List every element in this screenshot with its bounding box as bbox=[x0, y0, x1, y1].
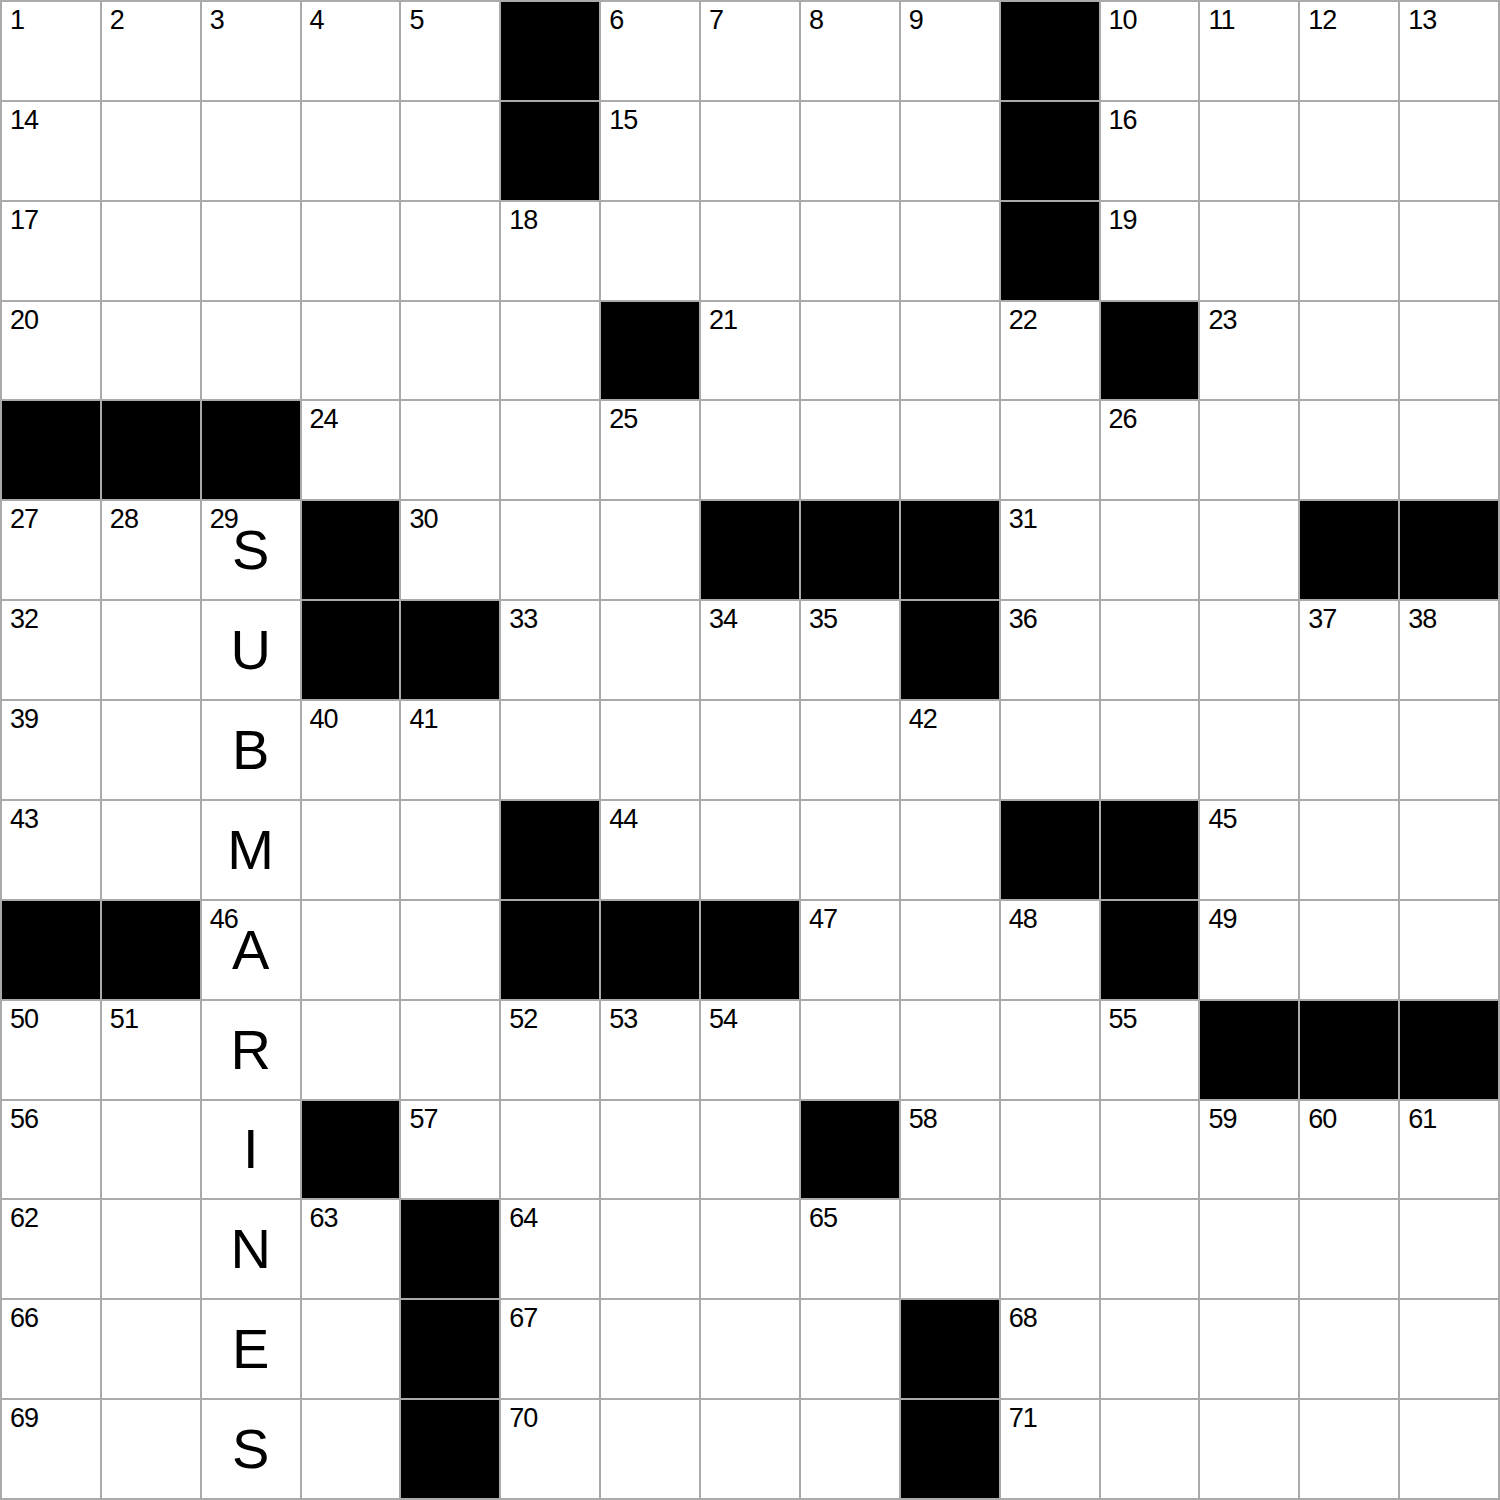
cell-r7c11[interactable]: 36 bbox=[1001, 601, 1099, 699]
cell-r9c13[interactable]: 45 bbox=[1200, 801, 1298, 899]
cell-r12c3[interactable]: I bbox=[202, 1101, 300, 1199]
cell-r5c14[interactable] bbox=[1300, 401, 1398, 499]
clue-number-65: 65 bbox=[809, 1205, 837, 1232]
cell-r12c15[interactable]: 61 bbox=[1400, 1101, 1498, 1199]
clue-number-40: 40 bbox=[310, 706, 338, 733]
cell-r8c6[interactable] bbox=[501, 701, 599, 799]
cell-r14c7[interactable] bbox=[601, 1300, 699, 1398]
cell-r10c14[interactable] bbox=[1300, 901, 1398, 999]
cell-r3c10[interactable] bbox=[901, 202, 999, 300]
cell-r14c11[interactable]: 68 bbox=[1001, 1300, 1099, 1398]
clue-number-33: 33 bbox=[509, 606, 537, 633]
filled-letter-i-r12c3: I bbox=[202, 1101, 300, 1199]
cell-r9c7[interactable]: 44 bbox=[601, 801, 699, 899]
cell-r1c9[interactable]: 8 bbox=[801, 2, 899, 100]
cell-r1c7[interactable]: 6 bbox=[601, 2, 699, 100]
cell-r13c7[interactable] bbox=[601, 1200, 699, 1298]
cell-r1c13[interactable]: 11 bbox=[1200, 2, 1298, 100]
cell-r13c12[interactable] bbox=[1101, 1200, 1199, 1298]
crossword-grid: 1234567891011121314151617181920212223242… bbox=[0, 0, 1500, 1500]
cell-r15c11[interactable]: 71 bbox=[1001, 1400, 1099, 1498]
clue-number-9: 9 bbox=[909, 7, 923, 34]
clue-number-19: 19 bbox=[1109, 207, 1137, 234]
clue-number-36: 36 bbox=[1009, 606, 1037, 633]
black-cell-r10c1 bbox=[2, 901, 100, 999]
cell-r6c11[interactable]: 31 bbox=[1001, 501, 1099, 599]
cell-r15c15[interactable] bbox=[1400, 1400, 1498, 1498]
cell-r13c2[interactable] bbox=[102, 1200, 200, 1298]
cell-r11c10[interactable] bbox=[901, 1001, 999, 1099]
cell-r14c8[interactable] bbox=[701, 1300, 799, 1398]
cell-r12c7[interactable] bbox=[601, 1101, 699, 1199]
cell-r13c4[interactable]: 63 bbox=[302, 1200, 400, 1298]
cell-r14c15[interactable] bbox=[1400, 1300, 1498, 1398]
cell-r13c11[interactable] bbox=[1001, 1200, 1099, 1298]
clue-number-38: 38 bbox=[1408, 606, 1436, 633]
cell-r2c3[interactable] bbox=[202, 102, 300, 200]
filled-letter-r-r11c3: R bbox=[202, 1001, 300, 1099]
cell-r3c14[interactable] bbox=[1300, 202, 1398, 300]
cell-r7c6[interactable]: 33 bbox=[501, 601, 599, 699]
cell-r3c13[interactable] bbox=[1200, 202, 1298, 300]
cell-r15c1[interactable]: 69 bbox=[2, 1400, 100, 1498]
cell-r2c1[interactable]: 14 bbox=[2, 102, 100, 200]
cell-r8c13[interactable] bbox=[1200, 701, 1298, 799]
cell-r4c13[interactable]: 23 bbox=[1200, 302, 1298, 400]
cell-r12c5[interactable]: 57 bbox=[401, 1101, 499, 1199]
cell-r2c10[interactable] bbox=[901, 102, 999, 200]
black-cell-r7c5 bbox=[401, 601, 499, 699]
cell-r9c2[interactable] bbox=[102, 801, 200, 899]
cell-r2c7[interactable]: 15 bbox=[601, 102, 699, 200]
black-cell-r5c2 bbox=[102, 401, 200, 499]
cell-r1c8[interactable]: 7 bbox=[701, 2, 799, 100]
clue-number-54: 54 bbox=[709, 1006, 737, 1033]
cell-r7c3[interactable]: U bbox=[202, 601, 300, 699]
cell-r10c13[interactable]: 49 bbox=[1200, 901, 1298, 999]
black-cell-r5c3 bbox=[202, 401, 300, 499]
cell-r11c3[interactable]: R bbox=[202, 1001, 300, 1099]
cell-r14c13[interactable] bbox=[1200, 1300, 1298, 1398]
filled-letter-m-r9c3: M bbox=[202, 801, 300, 899]
cell-r5c5[interactable] bbox=[401, 401, 499, 499]
cell-r3c7[interactable] bbox=[601, 202, 699, 300]
clue-number-56: 56 bbox=[10, 1106, 38, 1133]
cell-r4c15[interactable] bbox=[1400, 302, 1498, 400]
cell-r9c1[interactable]: 43 bbox=[2, 801, 100, 899]
black-cell-r12c9 bbox=[801, 1101, 899, 1199]
cell-r5c15[interactable] bbox=[1400, 401, 1498, 499]
cell-r5c10[interactable] bbox=[901, 401, 999, 499]
black-cell-r10c12 bbox=[1101, 901, 1199, 999]
cell-r7c2[interactable] bbox=[102, 601, 200, 699]
black-cell-r11c15 bbox=[1400, 1001, 1498, 1099]
clue-number-2: 2 bbox=[110, 7, 124, 34]
cell-r6c5[interactable]: 30 bbox=[401, 501, 499, 599]
black-cell-r6c4 bbox=[302, 501, 400, 599]
filled-letter-s-r15c3: S bbox=[202, 1400, 300, 1498]
cell-r13c1[interactable]: 62 bbox=[2, 1200, 100, 1298]
cell-r1c14[interactable]: 12 bbox=[1300, 2, 1398, 100]
cell-r2c8[interactable] bbox=[701, 102, 799, 200]
cell-r3c2[interactable] bbox=[102, 202, 200, 300]
cell-r7c9[interactable]: 35 bbox=[801, 601, 899, 699]
cell-r12c12[interactable] bbox=[1101, 1101, 1199, 1199]
cell-r13c9[interactable]: 65 bbox=[801, 1200, 899, 1298]
clue-number-57: 57 bbox=[409, 1106, 437, 1133]
cell-r14c14[interactable] bbox=[1300, 1300, 1398, 1398]
black-cell-r15c10 bbox=[901, 1400, 999, 1498]
clue-number-66: 66 bbox=[10, 1305, 38, 1332]
clue-number-58: 58 bbox=[909, 1106, 937, 1133]
cell-r15c9[interactable] bbox=[801, 1400, 899, 1498]
clue-number-28: 28 bbox=[110, 506, 138, 533]
cell-r2c4[interactable] bbox=[302, 102, 400, 200]
clue-number-47: 47 bbox=[809, 906, 837, 933]
cell-r1c10[interactable]: 9 bbox=[901, 2, 999, 100]
cell-r13c8[interactable] bbox=[701, 1200, 799, 1298]
black-cell-r12c4 bbox=[302, 1101, 400, 1199]
cell-r13c3[interactable]: N bbox=[202, 1200, 300, 1298]
filled-letter-a-r10c3: A bbox=[202, 901, 300, 999]
cell-r9c5[interactable] bbox=[401, 801, 499, 899]
black-cell-r7c4 bbox=[302, 601, 400, 699]
clue-number-70: 70 bbox=[509, 1405, 537, 1432]
cell-r13c10[interactable] bbox=[901, 1200, 999, 1298]
cell-r14c12[interactable] bbox=[1101, 1300, 1199, 1398]
clue-number-52: 52 bbox=[509, 1006, 537, 1033]
cell-r14c3[interactable]: E bbox=[202, 1300, 300, 1398]
cell-r7c1[interactable]: 32 bbox=[2, 601, 100, 699]
clue-number-49: 49 bbox=[1208, 906, 1236, 933]
cell-r11c5[interactable] bbox=[401, 1001, 499, 1099]
cell-r10c15[interactable] bbox=[1400, 901, 1498, 999]
cell-r9c8[interactable] bbox=[701, 801, 799, 899]
cell-r4c2[interactable] bbox=[102, 302, 200, 400]
black-cell-r10c6 bbox=[501, 901, 599, 999]
clue-number-51: 51 bbox=[110, 1006, 138, 1033]
filled-letter-u-r7c3: U bbox=[202, 601, 300, 699]
clue-number-25: 25 bbox=[609, 406, 637, 433]
cell-r2c2[interactable] bbox=[102, 102, 200, 200]
filled-letter-n-r13c3: N bbox=[202, 1200, 300, 1298]
clue-number-13: 13 bbox=[1408, 7, 1436, 34]
clue-number-11: 11 bbox=[1208, 7, 1234, 34]
cell-r8c3[interactable]: B bbox=[202, 701, 300, 799]
cell-r11c9[interactable] bbox=[801, 1001, 899, 1099]
cell-r10c9[interactable]: 47 bbox=[801, 901, 899, 999]
black-cell-r10c7 bbox=[601, 901, 699, 999]
cell-r1c2[interactable]: 2 bbox=[102, 2, 200, 100]
cell-r13c13[interactable] bbox=[1200, 1200, 1298, 1298]
cell-r8c7[interactable] bbox=[601, 701, 699, 799]
cell-r4c11[interactable]: 22 bbox=[1001, 302, 1099, 400]
cell-r3c1[interactable]: 17 bbox=[2, 202, 100, 300]
cell-r2c9[interactable] bbox=[801, 102, 899, 200]
cell-r12c2[interactable] bbox=[102, 1101, 200, 1199]
clue-number-59: 59 bbox=[1208, 1106, 1236, 1133]
clue-number-41: 41 bbox=[409, 706, 437, 733]
cell-r8c12[interactable] bbox=[1101, 701, 1199, 799]
cell-r12c8[interactable] bbox=[701, 1101, 799, 1199]
cell-r11c12[interactable]: 55 bbox=[1101, 1001, 1199, 1099]
cell-r9c4[interactable] bbox=[302, 801, 400, 899]
clue-number-12: 12 bbox=[1308, 7, 1336, 34]
cell-r2c5[interactable] bbox=[401, 102, 499, 200]
black-cell-r13c5 bbox=[401, 1200, 499, 1298]
cell-r14c9[interactable] bbox=[801, 1300, 899, 1398]
clue-number-14: 14 bbox=[10, 107, 38, 134]
cell-r10c4[interactable] bbox=[302, 901, 400, 999]
cell-r15c7[interactable] bbox=[601, 1400, 699, 1498]
black-cell-r10c2 bbox=[102, 901, 200, 999]
cell-r9c15[interactable] bbox=[1400, 801, 1498, 899]
cell-r10c5[interactable] bbox=[401, 901, 499, 999]
cell-r13c14[interactable] bbox=[1300, 1200, 1398, 1298]
cell-r12c10[interactable]: 58 bbox=[901, 1101, 999, 1199]
clue-number-68: 68 bbox=[1009, 1305, 1037, 1332]
clue-number-24: 24 bbox=[310, 406, 338, 433]
cell-r10c10[interactable] bbox=[901, 901, 999, 999]
cell-r2c14[interactable] bbox=[1300, 102, 1398, 200]
cell-r11c7[interactable]: 53 bbox=[601, 1001, 699, 1099]
cell-r15c2[interactable] bbox=[102, 1400, 200, 1498]
clue-number-43: 43 bbox=[10, 806, 38, 833]
cell-r5c8[interactable] bbox=[701, 401, 799, 499]
cell-r11c8[interactable]: 54 bbox=[701, 1001, 799, 1099]
clue-number-7: 7 bbox=[709, 7, 723, 34]
cell-r3c5[interactable] bbox=[401, 202, 499, 300]
clue-number-6: 6 bbox=[609, 7, 623, 34]
cell-r15c3[interactable]: S bbox=[202, 1400, 300, 1498]
black-cell-r7c10 bbox=[901, 601, 999, 699]
cell-r12c11[interactable] bbox=[1001, 1101, 1099, 1199]
cell-r12c14[interactable]: 60 bbox=[1300, 1101, 1398, 1199]
clue-number-10: 10 bbox=[1109, 7, 1137, 34]
black-cell-r9c12 bbox=[1101, 801, 1199, 899]
cell-r7c12[interactable] bbox=[1101, 601, 1199, 699]
cell-r4c3[interactable] bbox=[202, 302, 300, 400]
cell-r13c15[interactable] bbox=[1400, 1200, 1498, 1298]
cell-r10c11[interactable]: 48 bbox=[1001, 901, 1099, 999]
black-cell-r3c11 bbox=[1001, 202, 1099, 300]
clue-number-64: 64 bbox=[509, 1205, 537, 1232]
cell-r15c4[interactable] bbox=[302, 1400, 400, 1498]
clue-number-61: 61 bbox=[1408, 1106, 1436, 1133]
cell-r9c10[interactable] bbox=[901, 801, 999, 899]
black-cell-r9c6 bbox=[501, 801, 599, 899]
cell-r5c9[interactable] bbox=[801, 401, 899, 499]
cell-r3c12[interactable]: 19 bbox=[1101, 202, 1199, 300]
cell-r4c6[interactable] bbox=[501, 302, 599, 400]
clue-number-32: 32 bbox=[10, 606, 38, 633]
cell-r9c3[interactable]: M bbox=[202, 801, 300, 899]
cell-r14c6[interactable]: 67 bbox=[501, 1300, 599, 1398]
cell-r2c13[interactable] bbox=[1200, 102, 1298, 200]
cell-r8c9[interactable] bbox=[801, 701, 899, 799]
cell-r8c15[interactable] bbox=[1400, 701, 1498, 799]
cell-r8c4[interactable]: 40 bbox=[302, 701, 400, 799]
cell-r7c13[interactable] bbox=[1200, 601, 1298, 699]
black-cell-r6c14 bbox=[1300, 501, 1398, 599]
cell-r9c9[interactable] bbox=[801, 801, 899, 899]
filled-letter-e-r14c3: E bbox=[202, 1300, 300, 1398]
black-cell-r5c1 bbox=[2, 401, 100, 499]
cell-r4c10[interactable] bbox=[901, 302, 999, 400]
cell-r3c3[interactable] bbox=[202, 202, 300, 300]
cell-r8c5[interactable]: 41 bbox=[401, 701, 499, 799]
clue-number-31: 31 bbox=[1009, 506, 1037, 533]
cell-r6c12[interactable] bbox=[1101, 501, 1199, 599]
clue-number-69: 69 bbox=[10, 1405, 38, 1432]
cell-r3c6[interactable]: 18 bbox=[501, 202, 599, 300]
clue-number-71: 71 bbox=[1009, 1405, 1037, 1432]
clue-number-39: 39 bbox=[10, 706, 38, 733]
clue-number-30: 30 bbox=[409, 506, 437, 533]
cell-r7c14[interactable]: 37 bbox=[1300, 601, 1398, 699]
black-cell-r2c6 bbox=[501, 102, 599, 200]
black-cell-r15c5 bbox=[401, 1400, 499, 1498]
cell-r14c2[interactable] bbox=[102, 1300, 200, 1398]
cell-r1c3[interactable]: 3 bbox=[202, 2, 300, 100]
cell-r12c6[interactable] bbox=[501, 1101, 599, 1199]
cell-r12c1[interactable]: 56 bbox=[2, 1101, 100, 1199]
clue-number-4: 4 bbox=[310, 7, 324, 34]
cell-r7c7[interactable] bbox=[601, 601, 699, 699]
cell-r8c14[interactable] bbox=[1300, 701, 1398, 799]
cell-r8c11[interactable] bbox=[1001, 701, 1099, 799]
clue-number-55: 55 bbox=[1109, 1006, 1137, 1033]
cell-r14c1[interactable]: 66 bbox=[2, 1300, 100, 1398]
cell-r6c2[interactable]: 28 bbox=[102, 501, 200, 599]
cell-r11c4[interactable] bbox=[302, 1001, 400, 1099]
cell-r15c12[interactable] bbox=[1101, 1400, 1199, 1498]
black-cell-r2c11 bbox=[1001, 102, 1099, 200]
clue-number-20: 20 bbox=[10, 307, 38, 334]
black-cell-r11c14 bbox=[1300, 1001, 1398, 1099]
cell-r1c4[interactable]: 4 bbox=[302, 2, 400, 100]
cell-r8c8[interactable] bbox=[701, 701, 799, 799]
cell-r4c8[interactable]: 21 bbox=[701, 302, 799, 400]
cell-r3c4[interactable] bbox=[302, 202, 400, 300]
cell-r5c11[interactable] bbox=[1001, 401, 1099, 499]
cell-r7c8[interactable]: 34 bbox=[701, 601, 799, 699]
cell-r5c13[interactable] bbox=[1200, 401, 1298, 499]
cell-r11c2[interactable]: 51 bbox=[102, 1001, 200, 1099]
clue-number-53: 53 bbox=[609, 1006, 637, 1033]
clue-number-15: 15 bbox=[609, 107, 637, 134]
clue-number-34: 34 bbox=[709, 606, 737, 633]
clue-number-27: 27 bbox=[10, 506, 38, 533]
black-cell-r1c6 bbox=[501, 2, 599, 100]
cell-r6c6[interactable] bbox=[501, 501, 599, 599]
black-cell-r14c10 bbox=[901, 1300, 999, 1398]
black-cell-r11c13 bbox=[1200, 1001, 1298, 1099]
cell-r2c15[interactable] bbox=[1400, 102, 1498, 200]
clue-number-21: 21 bbox=[709, 307, 737, 334]
cell-r5c4[interactable]: 24 bbox=[302, 401, 400, 499]
cell-r4c4[interactable] bbox=[302, 302, 400, 400]
cell-r1c12[interactable]: 10 bbox=[1101, 2, 1199, 100]
cell-r15c6[interactable]: 70 bbox=[501, 1400, 599, 1498]
cell-r5c6[interactable] bbox=[501, 401, 599, 499]
cell-r5c12[interactable]: 26 bbox=[1101, 401, 1199, 499]
clue-number-1: 1 bbox=[10, 7, 24, 34]
clue-number-17: 17 bbox=[10, 207, 38, 234]
cell-r1c1[interactable]: 1 bbox=[2, 2, 100, 100]
black-cell-r6c9 bbox=[801, 501, 899, 599]
clue-number-67: 67 bbox=[509, 1305, 537, 1332]
cell-r8c2[interactable] bbox=[102, 701, 200, 799]
filled-letter-s-r6c3: S bbox=[202, 501, 300, 599]
clue-number-48: 48 bbox=[1009, 906, 1037, 933]
cell-r15c14[interactable] bbox=[1300, 1400, 1398, 1498]
cell-r6c13[interactable] bbox=[1200, 501, 1298, 599]
cell-r13c6[interactable]: 64 bbox=[501, 1200, 599, 1298]
cell-r15c13[interactable] bbox=[1200, 1400, 1298, 1498]
black-cell-r9c11 bbox=[1001, 801, 1099, 899]
clue-number-26: 26 bbox=[1109, 406, 1137, 433]
cell-r6c1[interactable]: 27 bbox=[2, 501, 100, 599]
clue-number-44: 44 bbox=[609, 806, 637, 833]
cell-r4c14[interactable] bbox=[1300, 302, 1398, 400]
cell-r3c8[interactable] bbox=[701, 202, 799, 300]
cell-r10c3[interactable]: 46A bbox=[202, 901, 300, 999]
cell-r11c11[interactable] bbox=[1001, 1001, 1099, 1099]
cell-r6c7[interactable] bbox=[601, 501, 699, 599]
clue-number-37: 37 bbox=[1308, 606, 1336, 633]
filled-letter-b-r8c3: B bbox=[202, 701, 300, 799]
cell-r4c5[interactable] bbox=[401, 302, 499, 400]
cell-r4c1[interactable]: 20 bbox=[2, 302, 100, 400]
cell-r8c1[interactable]: 39 bbox=[2, 701, 100, 799]
clue-number-23: 23 bbox=[1208, 307, 1236, 334]
clue-number-50: 50 bbox=[10, 1006, 38, 1033]
cell-r8c10[interactable]: 42 bbox=[901, 701, 999, 799]
clue-number-63: 63 bbox=[310, 1205, 338, 1232]
clue-number-60: 60 bbox=[1308, 1106, 1336, 1133]
clue-number-42: 42 bbox=[909, 706, 937, 733]
cell-r7c15[interactable]: 38 bbox=[1400, 601, 1498, 699]
cell-r1c5[interactable]: 5 bbox=[401, 2, 499, 100]
black-cell-r6c10 bbox=[901, 501, 999, 599]
cell-r1c15[interactable]: 13 bbox=[1400, 2, 1498, 100]
cell-r15c8[interactable] bbox=[701, 1400, 799, 1498]
black-cell-r14c5 bbox=[401, 1300, 499, 1398]
cell-r4c9[interactable] bbox=[801, 302, 899, 400]
cell-r14c4[interactable] bbox=[302, 1300, 400, 1398]
clue-number-35: 35 bbox=[809, 606, 837, 633]
black-cell-r1c11 bbox=[1001, 2, 1099, 100]
clue-number-5: 5 bbox=[409, 7, 423, 34]
clue-number-22: 22 bbox=[1009, 307, 1037, 334]
cell-r3c9[interactable] bbox=[801, 202, 899, 300]
cell-r2c12[interactable]: 16 bbox=[1101, 102, 1199, 200]
clue-number-45: 45 bbox=[1208, 806, 1236, 833]
cell-r11c6[interactable]: 52 bbox=[501, 1001, 599, 1099]
black-cell-r10c8 bbox=[701, 901, 799, 999]
cell-r9c14[interactable] bbox=[1300, 801, 1398, 899]
clue-number-18: 18 bbox=[509, 207, 537, 234]
cell-r12c13[interactable]: 59 bbox=[1200, 1101, 1298, 1199]
black-cell-r4c12 bbox=[1101, 302, 1199, 400]
cell-r6c3[interactable]: 29S bbox=[202, 501, 300, 599]
black-cell-r4c7 bbox=[601, 302, 699, 400]
cell-r11c1[interactable]: 50 bbox=[2, 1001, 100, 1099]
cell-r3c15[interactable] bbox=[1400, 202, 1498, 300]
clue-number-16: 16 bbox=[1109, 107, 1137, 134]
cell-r5c7[interactable]: 25 bbox=[601, 401, 699, 499]
